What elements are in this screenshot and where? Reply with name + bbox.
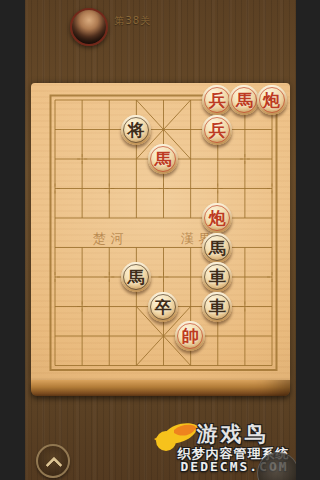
piece-red-馬[interactable]: 馬 [148,144,178,174]
watermark-site: 游戏鸟 [197,420,269,448]
piece-glyph: 車 [202,262,232,292]
piece-glyph: 将 [121,115,151,145]
corner-badge [257,452,296,480]
collapse-button[interactable] [36,444,70,478]
bird-logo-icon [149,414,201,456]
piece-glyph: 帥 [175,321,205,351]
piece-black-車[interactable]: 車 [202,292,232,322]
piece-glyph: 馬 [121,262,151,292]
chevron-up-icon [45,457,62,474]
board-grid [31,83,290,380]
game-screen: 第38关 楚河 漢界 兵馬炮将兵馬炮馬馬車卒車帥 游戏鸟 织梦内容管理系统 DE… [25,0,296,480]
piece-glyph: 馬 [148,144,178,174]
piece-glyph: 車 [202,292,232,322]
piece-glyph: 兵 [202,115,232,145]
piece-black-将[interactable]: 将 [121,115,151,145]
piece-glyph: 馬 [202,233,232,263]
xiangqi-board: 楚河 漢界 兵馬炮将兵馬炮馬馬車卒車帥 [31,83,290,380]
piece-glyph: 炮 [257,85,287,115]
river-label-chu: 楚河 [93,230,129,248]
piece-black-卒[interactable]: 卒 [148,292,178,322]
piece-red-馬[interactable]: 馬 [229,85,259,115]
avatar[interactable] [70,8,108,46]
piece-glyph: 炮 [202,203,232,233]
piece-red-炮[interactable]: 炮 [202,203,232,233]
piece-glyph: 馬 [229,85,259,115]
piece-red-兵[interactable]: 兵 [202,85,232,115]
piece-red-兵[interactable]: 兵 [202,115,232,145]
piece-glyph: 卒 [148,292,178,322]
piece-red-帥[interactable]: 帥 [175,321,205,351]
piece-black-馬[interactable]: 馬 [202,233,232,263]
piece-black-車[interactable]: 車 [202,262,232,292]
piece-red-炮[interactable]: 炮 [257,85,287,115]
level-label: 第38关 [115,14,152,28]
board-front-edge [31,380,290,396]
piece-black-馬[interactable]: 馬 [121,262,151,292]
piece-glyph: 兵 [202,85,232,115]
